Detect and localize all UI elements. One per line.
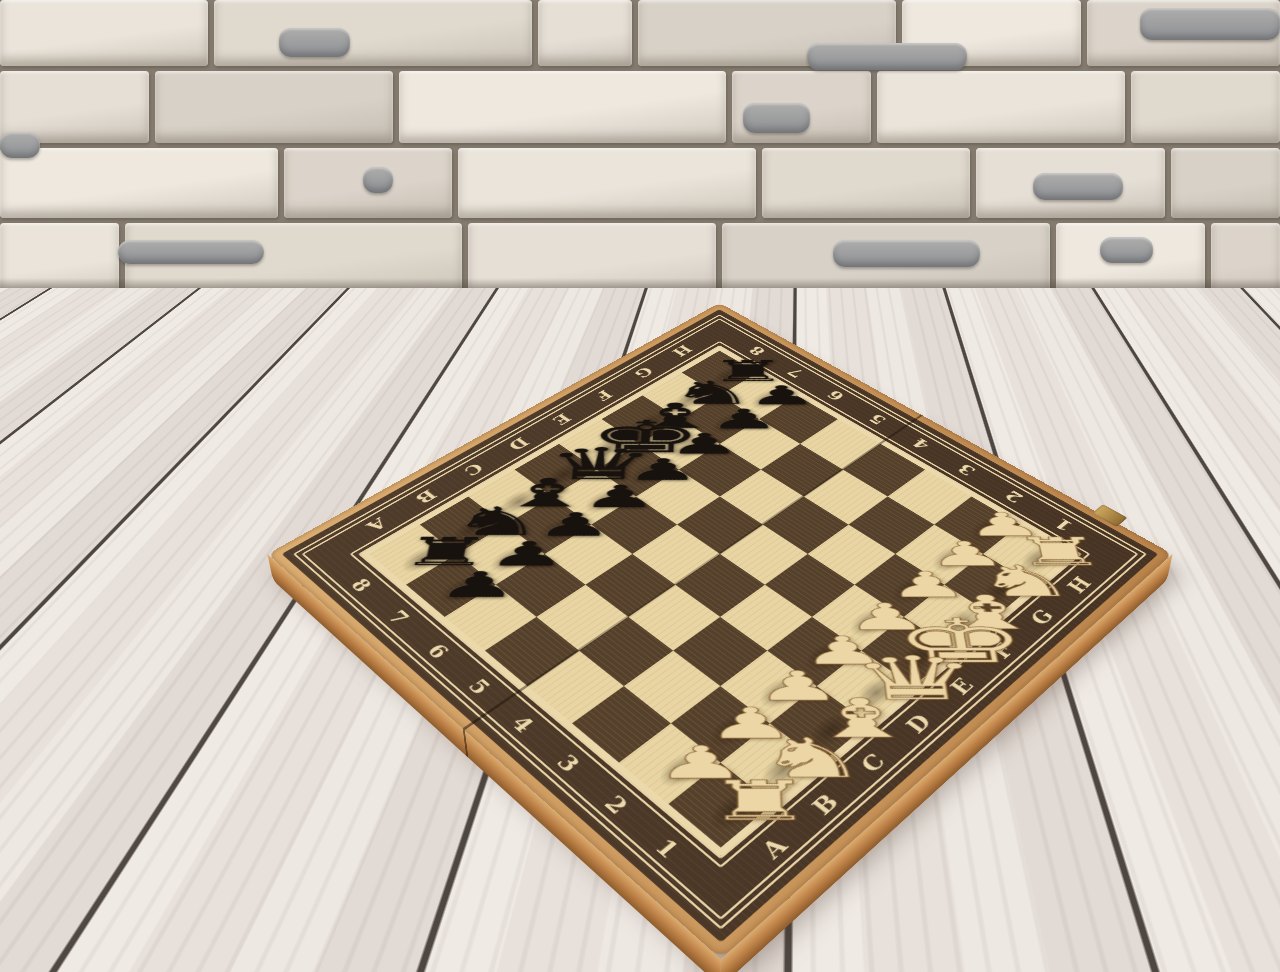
square-e1[interactable]: ♚	[861, 617, 955, 686]
coordinate-label: C	[834, 732, 910, 794]
piece-light-pawn[interactable]: ♟	[754, 670, 824, 703]
coordinate-label: D	[881, 694, 954, 753]
square-b5[interactable]	[536, 585, 628, 651]
coordinate-label: 1	[627, 814, 708, 883]
coordinate-label: E	[925, 659, 996, 715]
square-c4[interactable]	[628, 585, 720, 651]
square-a6[interactable]	[445, 585, 537, 651]
board-scene: ABCDEFGH ABCDEFGH 87654321 87654321 ♜♞♝♛…	[0, 0, 1280, 972]
coordinate-label: B	[785, 772, 864, 837]
square-a5[interactable]	[485, 617, 579, 686]
coordinate-label: A	[733, 814, 814, 883]
coordinate-label: 8	[329, 561, 394, 609]
square-c2[interactable]: ♟	[720, 651, 816, 724]
square-d4[interactable]	[675, 554, 765, 617]
square-b4[interactable]	[579, 617, 673, 686]
rank-labels-left: 87654321	[329, 561, 708, 883]
coordinate-label: 7	[366, 592, 433, 643]
square-d2[interactable]: ♟	[767, 617, 861, 686]
square-b2[interactable]: ♟	[671, 686, 770, 763]
coordinate-label: 5	[444, 659, 515, 715]
square-a3[interactable]	[572, 686, 671, 763]
board-top: ABCDEFGH ABCDEFGH 87654321 87654321 ♜♞♝♛…	[267, 303, 1172, 959]
square-a4[interactable]	[527, 651, 623, 724]
piece-dark-pawn[interactable]: ♟	[435, 570, 504, 599]
square-c5[interactable]	[585, 554, 675, 617]
coordinate-label: 6	[404, 624, 473, 677]
square-c1[interactable]: ♝	[770, 686, 869, 763]
photo-stage: ABCDEFGH ABCDEFGH 87654321 87654321 ♜♞♝♛…	[0, 0, 1280, 972]
piece-dark-rook[interactable]: ♜	[397, 536, 466, 568]
piece-light-knight[interactable]: ♞	[756, 736, 830, 781]
piece-light-queen[interactable]: ♛	[848, 653, 922, 703]
square-d1[interactable]: ♛	[817, 651, 913, 724]
chess-board: ABCDEFGH ABCDEFGH 87654321 87654321 ♜♞♝♛…	[267, 303, 1172, 959]
square-a1[interactable]: ♜	[668, 763, 772, 848]
board-grid: ♜♞♝♛♚♝♞♜♟♟♟♟♟♟♟♟♟♟♟♟♟♟♟♟♜♞♝♛♚♝♞♜	[369, 351, 1070, 848]
piece-light-bishop[interactable]: ♝	[803, 697, 876, 741]
piece-light-rook[interactable]: ♜	[705, 779, 780, 824]
piece-light-king[interactable]: ♚	[891, 617, 965, 667]
square-e3[interactable]	[765, 554, 855, 617]
piece-light-pawn[interactable]: ♟	[706, 706, 777, 741]
square-b3[interactable]	[624, 651, 720, 724]
coordinate-label: 2	[578, 772, 657, 837]
square-d3[interactable]	[720, 585, 812, 651]
square-a7[interactable]: ♟	[406, 554, 496, 617]
square-b1[interactable]: ♞	[720, 723, 822, 804]
square-c3[interactable]	[673, 617, 767, 686]
piece-light-pawn[interactable]: ♟	[800, 635, 869, 667]
board-border-veneer: ABCDEFGH ABCDEFGH 87654321 87654321 ♜♞♝♛…	[282, 309, 1159, 942]
coordinate-label: F	[967, 624, 1036, 677]
square-a2[interactable]: ♟	[619, 723, 721, 804]
coordinate-label: 3	[531, 732, 607, 794]
piece-light-pawn[interactable]: ♟	[654, 744, 727, 781]
